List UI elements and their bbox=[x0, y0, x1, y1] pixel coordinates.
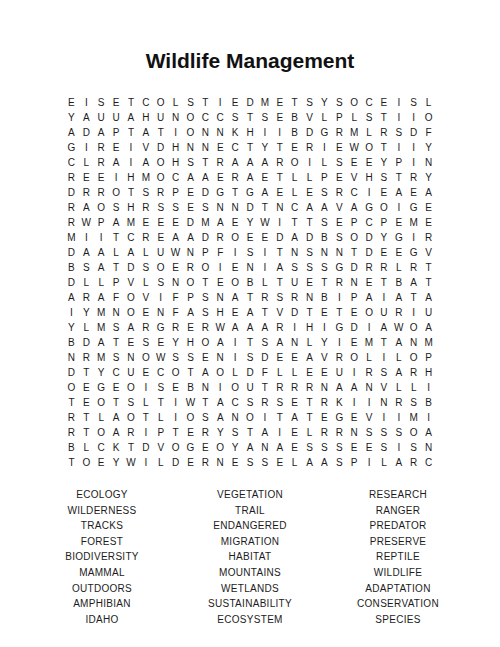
grid-cell: P bbox=[153, 425, 168, 440]
grid-cell: T bbox=[287, 215, 302, 230]
word-list-item: REPTILE bbox=[324, 549, 472, 565]
grid-cell: H bbox=[168, 140, 183, 155]
grid-cell: Y bbox=[213, 425, 228, 440]
grid-cell: T bbox=[183, 365, 198, 380]
grid-cell: I bbox=[391, 410, 406, 425]
grid-cell: O bbox=[168, 440, 183, 455]
grid-cell: O bbox=[406, 425, 421, 440]
grid-cell: E bbox=[287, 395, 302, 410]
grid-cell: D bbox=[243, 95, 258, 110]
word-list-item: WETLANDS bbox=[176, 581, 324, 597]
grid-cell: A bbox=[198, 170, 213, 185]
grid-cell: I bbox=[213, 380, 228, 395]
grid-cell: S bbox=[272, 290, 287, 305]
grid-cell: E bbox=[198, 350, 213, 365]
grid-cell: N bbox=[376, 395, 391, 410]
grid-cell: Y bbox=[243, 215, 258, 230]
grid-cell: Y bbox=[228, 440, 243, 455]
grid-cell: S bbox=[376, 425, 391, 440]
grid-cell: B bbox=[64, 335, 79, 350]
grid-cell: A bbox=[228, 320, 243, 335]
grid-cell: E bbox=[272, 185, 287, 200]
grid-cell: T bbox=[376, 110, 391, 125]
grid-cell: M bbox=[198, 215, 213, 230]
grid-cell: O bbox=[124, 305, 139, 320]
grid-cell: T bbox=[287, 95, 302, 110]
grid-cell: T bbox=[302, 305, 317, 320]
grid-cell: Y bbox=[317, 335, 332, 350]
grid-cell: O bbox=[228, 230, 243, 245]
grid-cell: H bbox=[243, 125, 258, 140]
grid-cell: S bbox=[79, 260, 94, 275]
grid-cell: E bbox=[228, 455, 243, 470]
grid-cell: T bbox=[198, 275, 213, 290]
grid-cell: S bbox=[317, 185, 332, 200]
grid-cell: N bbox=[168, 110, 183, 125]
grid-cell: N bbox=[287, 245, 302, 260]
grid-cell: T bbox=[243, 425, 258, 440]
grid-cell: L bbox=[317, 110, 332, 125]
grid-cell: A bbox=[376, 320, 391, 335]
grid-cell: E bbox=[213, 140, 228, 155]
grid-cell: L bbox=[362, 125, 377, 140]
grid-cell: A bbox=[213, 395, 228, 410]
grid-cell: E bbox=[243, 230, 258, 245]
grid-cell: S bbox=[332, 95, 347, 110]
grid-cell: I bbox=[302, 155, 317, 170]
grid-cell: S bbox=[153, 200, 168, 215]
grid-cell: E bbox=[362, 275, 377, 290]
word-list-column: RESEARCHRANGERPREDATORPRESERVEREPTILEWIL… bbox=[324, 487, 472, 627]
grid-cell: V bbox=[153, 440, 168, 455]
grid-cell: S bbox=[94, 95, 109, 110]
grid-cell: I bbox=[272, 425, 287, 440]
grid-cell: S bbox=[183, 350, 198, 365]
grid-cell: E bbox=[168, 260, 183, 275]
grid-cell: T bbox=[257, 380, 272, 395]
word-list-item: MAMMAL bbox=[28, 565, 176, 581]
grid-cell: G bbox=[391, 230, 406, 245]
word-list-item: IDAHO bbox=[28, 612, 176, 628]
grid-cell: I bbox=[109, 170, 124, 185]
grid-cell: A bbox=[317, 455, 332, 470]
grid-cell: R bbox=[421, 230, 436, 245]
grid-cell: A bbox=[124, 110, 139, 125]
grid-cell: O bbox=[243, 410, 258, 425]
grid-cell: A bbox=[243, 320, 258, 335]
grid-cell: B bbox=[287, 110, 302, 125]
grid-cell: W bbox=[213, 320, 228, 335]
grid-cell: I bbox=[362, 185, 377, 200]
grid-cell: R bbox=[124, 425, 139, 440]
grid-cell: E bbox=[153, 335, 168, 350]
grid-cell: B bbox=[64, 260, 79, 275]
grid-cell: B bbox=[183, 380, 198, 395]
grid-cell: M bbox=[94, 305, 109, 320]
grid-cell: A bbox=[421, 425, 436, 440]
grid-cell: T bbox=[272, 170, 287, 185]
grid-cell: E bbox=[79, 170, 94, 185]
grid-cell: R bbox=[94, 155, 109, 170]
grid-cell: R bbox=[317, 395, 332, 410]
grid-cell: A bbox=[391, 290, 406, 305]
grid-cell: U bbox=[124, 365, 139, 380]
grid-cell: O bbox=[183, 275, 198, 290]
grid-cell: P bbox=[109, 125, 124, 140]
grid-cell: S bbox=[243, 395, 258, 410]
grid-cell: A bbox=[124, 245, 139, 260]
grid-cell: R bbox=[257, 395, 272, 410]
grid-cell: R bbox=[213, 230, 228, 245]
grid-cell: G bbox=[362, 200, 377, 215]
grid-cell: E bbox=[257, 170, 272, 185]
grid-cell: M bbox=[94, 350, 109, 365]
grid-cell: E bbox=[228, 215, 243, 230]
grid-cell: E bbox=[94, 170, 109, 185]
grid-cell: R bbox=[257, 290, 272, 305]
grid-cell: R bbox=[168, 320, 183, 335]
grid-cell: A bbox=[79, 110, 94, 125]
grid-cell: O bbox=[94, 395, 109, 410]
grid-cell: I bbox=[138, 380, 153, 395]
grid-cell: T bbox=[124, 95, 139, 110]
grid-cell: R bbox=[302, 140, 317, 155]
grid-cell: N bbox=[421, 155, 436, 170]
grid-cell: I bbox=[406, 230, 421, 245]
grid-cell: L bbox=[406, 380, 421, 395]
grid-cell: T bbox=[302, 395, 317, 410]
grid-cell: R bbox=[213, 155, 228, 170]
grid-cell: A bbox=[243, 155, 258, 170]
grid-cell: A bbox=[257, 320, 272, 335]
grid-cell: P bbox=[168, 185, 183, 200]
grid-cell: M bbox=[257, 95, 272, 110]
grid-cell: O bbox=[79, 455, 94, 470]
grid-cell: R bbox=[376, 260, 391, 275]
grid-cell: V bbox=[302, 110, 317, 125]
grid-cell: E bbox=[257, 230, 272, 245]
grid-cell: S bbox=[153, 380, 168, 395]
grid-cell: T bbox=[109, 335, 124, 350]
grid-cell: E bbox=[332, 140, 347, 155]
grid-cell: T bbox=[124, 125, 139, 140]
grid-cell: L bbox=[391, 350, 406, 365]
grid-cell: S bbox=[198, 305, 213, 320]
grid-cell: V bbox=[421, 245, 436, 260]
word-list-item: SPECIES bbox=[324, 612, 472, 628]
grid-cell: P bbox=[109, 275, 124, 290]
grid-cell: T bbox=[347, 245, 362, 260]
grid-cell: A bbox=[272, 335, 287, 350]
word-list-item: TRAIL bbox=[176, 503, 324, 519]
grid-cell: O bbox=[406, 320, 421, 335]
grid-cell: S bbox=[109, 320, 124, 335]
grid-cell: I bbox=[124, 155, 139, 170]
grid-cell: L bbox=[347, 110, 362, 125]
grid-cell: L bbox=[79, 275, 94, 290]
grid-cell: V bbox=[138, 290, 153, 305]
grid-cell: A bbox=[183, 170, 198, 185]
grid-cell: A bbox=[272, 260, 287, 275]
grid-cell: A bbox=[421, 185, 436, 200]
grid-cell: C bbox=[287, 200, 302, 215]
grid-cell: S bbox=[391, 425, 406, 440]
grid-cell: T bbox=[198, 155, 213, 170]
word-list-item: ENDANGERED bbox=[176, 518, 324, 534]
grid-cell: T bbox=[64, 455, 79, 470]
grid-cell: R bbox=[138, 230, 153, 245]
grid-cell: R bbox=[406, 170, 421, 185]
grid-cell: C bbox=[64, 155, 79, 170]
grid-cell: K bbox=[228, 125, 243, 140]
grid-cell: I bbox=[138, 455, 153, 470]
word-list: ECOLOGYWILDERNESSTRACKSFORESTBIODIVERSIT… bbox=[28, 487, 472, 627]
grid-cell: T bbox=[109, 230, 124, 245]
grid-cell: G bbox=[213, 185, 228, 200]
grid-cell: E bbox=[183, 425, 198, 440]
grid-cell: E bbox=[332, 170, 347, 185]
grid-cell: A bbox=[243, 305, 258, 320]
grid-cell: R bbox=[183, 260, 198, 275]
grid-cell: P bbox=[376, 215, 391, 230]
grid-cell: N bbox=[183, 140, 198, 155]
grid-cell: T bbox=[243, 110, 258, 125]
grid-cell: S bbox=[376, 365, 391, 380]
grid-cell: I bbox=[391, 440, 406, 455]
grid-cell: T bbox=[272, 410, 287, 425]
grid-cell: S bbox=[257, 110, 272, 125]
grid-cell: S bbox=[124, 395, 139, 410]
grid-cell: S bbox=[406, 95, 421, 110]
grid-cell: O bbox=[198, 260, 213, 275]
grid-cell: E bbox=[347, 410, 362, 425]
grid-cell: R bbox=[406, 455, 421, 470]
grid-cell: U bbox=[243, 380, 258, 395]
grid-cell: S bbox=[257, 455, 272, 470]
word-list-column: VEGETATIONTRAILENDANGEREDMIGRATIONHABITA… bbox=[176, 487, 324, 627]
grid-cell: E bbox=[287, 140, 302, 155]
grid-cell: N bbox=[317, 380, 332, 395]
grid-cell: I bbox=[391, 110, 406, 125]
grid-cell: U bbox=[94, 110, 109, 125]
grid-cell: N bbox=[198, 140, 213, 155]
grid-cell: O bbox=[347, 95, 362, 110]
grid-cell: O bbox=[228, 380, 243, 395]
grid-cell: E bbox=[183, 200, 198, 215]
grid-cell: O bbox=[94, 425, 109, 440]
grid-cell: S bbox=[243, 455, 258, 470]
grid-cell: G bbox=[332, 260, 347, 275]
grid-cell: F bbox=[109, 290, 124, 305]
grid-cell: T bbox=[79, 410, 94, 425]
grid-cell: E bbox=[183, 185, 198, 200]
grid-cell: E bbox=[421, 200, 436, 215]
grid-cell: L bbox=[287, 185, 302, 200]
grid-cell: S bbox=[183, 155, 198, 170]
grid-cell: D bbox=[183, 215, 198, 230]
grid-cell: A bbox=[124, 320, 139, 335]
grid-cell: A bbox=[272, 440, 287, 455]
grid-cell: I bbox=[257, 125, 272, 140]
grid-cell: E bbox=[228, 260, 243, 275]
grid-cell: T bbox=[421, 260, 436, 275]
grid-cell: F bbox=[213, 245, 228, 260]
grid-cell: E bbox=[272, 110, 287, 125]
grid-cell: E bbox=[406, 185, 421, 200]
grid-cell: I bbox=[124, 140, 139, 155]
word-list-item: ADAPTATION bbox=[324, 581, 472, 597]
grid-cell: E bbox=[376, 95, 391, 110]
grid-cell: I bbox=[228, 245, 243, 260]
grid-cell: I bbox=[347, 395, 362, 410]
grid-cell: I bbox=[287, 320, 302, 335]
grid-cell: I bbox=[376, 410, 391, 425]
grid-cell: E bbox=[94, 455, 109, 470]
grid-cell: A bbox=[302, 200, 317, 215]
grid-cell: P bbox=[347, 290, 362, 305]
grid-cell: E bbox=[272, 350, 287, 365]
grid-cell: U bbox=[376, 305, 391, 320]
grid-cell: T bbox=[153, 125, 168, 140]
grid-cell: U bbox=[153, 110, 168, 125]
grid-cell: C bbox=[362, 215, 377, 230]
grid-cell: N bbox=[406, 335, 421, 350]
grid-cell: S bbox=[332, 230, 347, 245]
grid-cell: L bbox=[302, 170, 317, 185]
grid-cell: S bbox=[168, 350, 183, 365]
grid-cell: A bbox=[257, 425, 272, 440]
grid-cell: G bbox=[332, 320, 347, 335]
grid-cell: A bbox=[183, 305, 198, 320]
grid-cell: Y bbox=[421, 170, 436, 185]
grid-cell: A bbox=[213, 335, 228, 350]
grid-cell: W bbox=[79, 215, 94, 230]
grid-cell: N bbox=[302, 290, 317, 305]
grid-cell: O bbox=[347, 230, 362, 245]
grid-cell: O bbox=[153, 170, 168, 185]
grid-cell: B bbox=[243, 275, 258, 290]
grid-cell: E bbox=[317, 410, 332, 425]
grid-cell: I bbox=[332, 290, 347, 305]
grid-cell: T bbox=[317, 275, 332, 290]
grid-cell: O bbox=[153, 155, 168, 170]
grid-cell: T bbox=[198, 95, 213, 110]
grid-cell: D bbox=[257, 350, 272, 365]
grid-cell: D bbox=[272, 230, 287, 245]
grid-cell: I bbox=[79, 140, 94, 155]
word-list-item: BIODIVERSITY bbox=[28, 549, 176, 565]
grid-cell: A bbox=[347, 380, 362, 395]
grid-cell: G bbox=[153, 320, 168, 335]
grid-cell: G bbox=[64, 140, 79, 155]
grid-cell: Y bbox=[64, 320, 79, 335]
word-list-item: ECOSYSTEM bbox=[176, 612, 324, 628]
grid-cell: E bbox=[79, 395, 94, 410]
grid-cell: C bbox=[198, 110, 213, 125]
grid-cell: V bbox=[272, 305, 287, 320]
word-list-item: HABITAT bbox=[176, 549, 324, 565]
grid-cell: Y bbox=[94, 365, 109, 380]
grid-cell: N bbox=[362, 380, 377, 395]
grid-cell: N bbox=[213, 290, 228, 305]
grid-cell: T bbox=[198, 395, 213, 410]
grid-cell: S bbox=[362, 110, 377, 125]
grid-cell: G bbox=[406, 200, 421, 215]
grid-cell: E bbox=[287, 425, 302, 440]
grid-cell: L bbox=[79, 440, 94, 455]
word-list-item: VEGETATION bbox=[176, 487, 324, 503]
grid-cell: I bbox=[362, 320, 377, 335]
grid-cell: G bbox=[332, 410, 347, 425]
grid-cell: O bbox=[124, 380, 139, 395]
grid-cell: Y bbox=[376, 230, 391, 245]
grid-cell: R bbox=[79, 290, 94, 305]
grid-cell: E bbox=[317, 365, 332, 380]
grid-cell: A bbox=[198, 365, 213, 380]
grid-cell: O bbox=[228, 275, 243, 290]
grid-cell: A bbox=[228, 155, 243, 170]
word-list-item: ECOLOGY bbox=[28, 487, 176, 503]
grid-cell: F bbox=[168, 290, 183, 305]
grid-cell: E bbox=[391, 245, 406, 260]
grid-cell: S bbox=[317, 260, 332, 275]
grid-cell: L bbox=[153, 455, 168, 470]
grid-cell: N bbox=[347, 425, 362, 440]
grid-cell: D bbox=[287, 305, 302, 320]
word-search-grid: EISETCOLSTIEDMETSYSOCEISLYAUUAHUNOCCSTSE… bbox=[64, 95, 436, 470]
grid-cell: N bbox=[257, 440, 272, 455]
grid-cell: N bbox=[228, 200, 243, 215]
grid-cell: L bbox=[287, 170, 302, 185]
grid-cell: C bbox=[228, 140, 243, 155]
grid-cell: R bbox=[332, 425, 347, 440]
grid-cell: E bbox=[287, 440, 302, 455]
grid-cell: N bbox=[213, 350, 228, 365]
grid-cell: E bbox=[376, 245, 391, 260]
grid-cell: I bbox=[406, 305, 421, 320]
grid-cell: C bbox=[138, 95, 153, 110]
grid-cell: N bbox=[168, 275, 183, 290]
grid-cell: L bbox=[272, 365, 287, 380]
grid-cell: R bbox=[153, 185, 168, 200]
grid-cell: E bbox=[347, 305, 362, 320]
grid-cell: A bbox=[138, 155, 153, 170]
grid-cell: A bbox=[287, 410, 302, 425]
grid-cell: R bbox=[272, 155, 287, 170]
word-list-item: FOREST bbox=[28, 534, 176, 550]
grid-cell: O bbox=[213, 440, 228, 455]
grid-cell: N bbox=[64, 350, 79, 365]
grid-cell: S bbox=[243, 245, 258, 260]
grid-cell: L bbox=[228, 365, 243, 380]
grid-cell: O bbox=[168, 365, 183, 380]
word-list-item: AMPHIBIAN bbox=[28, 596, 176, 612]
grid-cell: D bbox=[64, 245, 79, 260]
grid-cell: S bbox=[302, 245, 317, 260]
grid-cell: O bbox=[287, 155, 302, 170]
grid-cell: G bbox=[406, 245, 421, 260]
grid-cell: T bbox=[243, 335, 258, 350]
grid-cell: P bbox=[391, 155, 406, 170]
grid-cell: N bbox=[332, 245, 347, 260]
grid-cell: A bbox=[406, 275, 421, 290]
word-list-item: CONSERVATION bbox=[324, 596, 472, 612]
grid-cell: L bbox=[421, 95, 436, 110]
grid-cell: D bbox=[64, 275, 79, 290]
grid-cell: C bbox=[153, 365, 168, 380]
grid-cell: P bbox=[183, 290, 198, 305]
grid-cell: R bbox=[64, 170, 79, 185]
